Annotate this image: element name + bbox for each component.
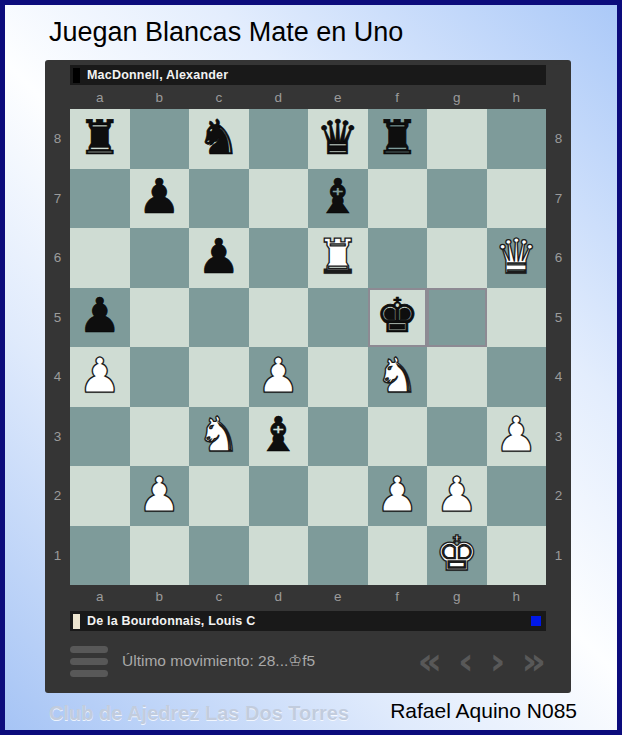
file-label-a: a xyxy=(70,88,130,106)
file-label-g: g xyxy=(427,88,487,106)
rank-label-8: 8 xyxy=(45,109,70,169)
square-f7[interactable] xyxy=(368,169,428,229)
file-labels-bottom: abcdefgh xyxy=(70,587,546,605)
square-b4[interactable] xyxy=(130,347,190,407)
square-d2[interactable] xyxy=(249,466,309,526)
move-navigation: « ‹ › » xyxy=(418,641,546,681)
square-d1[interactable] xyxy=(249,526,309,586)
square-b6[interactable] xyxy=(130,228,190,288)
file-label-b: b xyxy=(130,587,190,605)
square-g3[interactable] xyxy=(427,407,487,467)
square-g1[interactable]: ♚ xyxy=(427,526,487,586)
piece-white-knight[interactable]: ♞ xyxy=(197,410,240,458)
rank-label-5: 5 xyxy=(45,288,70,348)
file-labels-top: abcdefgh xyxy=(70,88,546,106)
square-b7[interactable]: ♟ xyxy=(130,169,190,229)
square-c5[interactable] xyxy=(189,288,249,348)
rank-label-6: 6 xyxy=(45,228,70,288)
piece-black-rook[interactable]: ♜ xyxy=(376,113,419,161)
square-d6[interactable] xyxy=(249,228,309,288)
square-e8[interactable]: ♛ xyxy=(308,109,368,169)
square-h7[interactable] xyxy=(487,169,547,229)
square-g6[interactable] xyxy=(427,228,487,288)
rank-label-1: 1 xyxy=(45,526,70,586)
square-e4[interactable] xyxy=(308,347,368,407)
player-bar-top: MacDonnell, Alexander xyxy=(70,65,546,85)
rank-label-6: 6 xyxy=(546,228,571,288)
square-f1[interactable] xyxy=(368,526,428,586)
author-credit: Rafael Aquino N085 xyxy=(390,699,577,723)
piece-black-rook[interactable]: ♜ xyxy=(78,113,121,161)
square-c6[interactable]: ♟ xyxy=(189,228,249,288)
page-title: Juegan Blancas Mate en Uno xyxy=(49,17,403,48)
square-b1[interactable] xyxy=(130,526,190,586)
square-a5[interactable]: ♟ xyxy=(70,288,130,348)
square-e6[interactable]: ♜ xyxy=(308,228,368,288)
square-b3[interactable] xyxy=(130,407,190,467)
hamburger-icon xyxy=(70,646,108,653)
rank-label-2: 2 xyxy=(45,466,70,526)
piece-white-rook[interactable]: ♜ xyxy=(316,232,359,280)
square-c2[interactable] xyxy=(189,466,249,526)
last-move-text: Último movimiento: 28...♔f5 xyxy=(122,652,315,670)
hamburger-icon xyxy=(70,658,108,665)
square-f2[interactable]: ♟ xyxy=(368,466,428,526)
file-label-h: h xyxy=(487,88,547,106)
square-d4[interactable]: ♟ xyxy=(249,347,309,407)
square-g2[interactable]: ♟ xyxy=(427,466,487,526)
square-a1[interactable] xyxy=(70,526,130,586)
chess-panel: MacDonnell, Alexander abcdefgh 87654321 … xyxy=(45,60,571,693)
square-d8[interactable] xyxy=(249,109,309,169)
file-label-e: e xyxy=(308,88,368,106)
square-e7[interactable]: ♝ xyxy=(308,169,368,229)
square-d5[interactable] xyxy=(249,288,309,348)
club-watermark: Club de Ajedrez Las Dos Torres xyxy=(49,702,349,725)
file-label-h: h xyxy=(487,587,547,605)
square-h4[interactable] xyxy=(487,347,547,407)
square-g8[interactable] xyxy=(427,109,487,169)
rank-label-7: 7 xyxy=(45,169,70,229)
square-e3[interactable] xyxy=(308,407,368,467)
piece-white-king[interactable]: ♚ xyxy=(435,529,478,577)
piece-white-knight[interactable]: ♞ xyxy=(376,351,419,399)
file-label-f: f xyxy=(368,88,428,106)
square-h3[interactable]: ♟ xyxy=(487,407,547,467)
nav-prev-button[interactable]: ‹ xyxy=(458,641,474,681)
white-color-indicator xyxy=(73,614,80,629)
square-e1[interactable] xyxy=(308,526,368,586)
square-g5[interactable] xyxy=(427,288,487,348)
rank-label-3: 3 xyxy=(45,407,70,467)
square-f6[interactable] xyxy=(368,228,428,288)
piece-white-pawn[interactable]: ♟ xyxy=(138,470,181,518)
square-h5[interactable] xyxy=(487,288,547,348)
rank-label-5: 5 xyxy=(546,288,571,348)
square-a6[interactable] xyxy=(70,228,130,288)
square-e5[interactable] xyxy=(308,288,368,348)
file-label-e: e xyxy=(308,587,368,605)
file-label-a: a xyxy=(70,587,130,605)
piece-black-bishop[interactable]: ♝ xyxy=(257,410,300,458)
square-h1[interactable] xyxy=(487,526,547,586)
piece-black-queen[interactable]: ♛ xyxy=(316,113,359,161)
square-b5[interactable] xyxy=(130,288,190,348)
piece-white-pawn[interactable]: ♟ xyxy=(376,470,419,518)
rank-labels-right: 87654321 xyxy=(546,109,571,585)
square-g4[interactable] xyxy=(427,347,487,407)
square-c1[interactable] xyxy=(189,526,249,586)
piece-black-pawn[interactable]: ♟ xyxy=(138,172,181,220)
chess-board[interactable]: ♜♞♛♜♟♝♟♜♛♟♚♟♟♞♞♝♟♟♟♟♚ xyxy=(70,109,546,585)
square-a3[interactable] xyxy=(70,407,130,467)
piece-white-queen[interactable]: ♛ xyxy=(495,232,538,280)
square-h6[interactable]: ♛ xyxy=(487,228,547,288)
square-d7[interactable] xyxy=(249,169,309,229)
piece-white-pawn[interactable]: ♟ xyxy=(435,470,478,518)
square-f4[interactable]: ♞ xyxy=(368,347,428,407)
nav-first-button[interactable]: « xyxy=(418,641,443,681)
hamburger-icon xyxy=(70,670,108,677)
square-g7[interactable] xyxy=(427,169,487,229)
square-c7[interactable] xyxy=(189,169,249,229)
controls-row: Último movimiento: 28...♔f5 « ‹ › » xyxy=(70,636,546,686)
puzzle-page: Juegan Blancas Mate en Uno MacDonnell, A… xyxy=(0,0,622,735)
file-label-c: c xyxy=(189,88,249,106)
piece-white-pawn[interactable]: ♟ xyxy=(78,351,121,399)
black-color-indicator xyxy=(73,68,80,83)
rank-label-7: 7 xyxy=(546,169,571,229)
rank-label-8: 8 xyxy=(546,109,571,169)
square-b2[interactable]: ♟ xyxy=(130,466,190,526)
square-d3[interactable]: ♝ xyxy=(249,407,309,467)
file-label-f: f xyxy=(368,587,428,605)
file-label-b: b xyxy=(130,88,190,106)
piece-black-king[interactable]: ♚ xyxy=(376,291,419,339)
piece-black-pawn[interactable]: ♟ xyxy=(197,232,240,280)
rank-label-3: 3 xyxy=(546,407,571,467)
to-move-indicator xyxy=(531,616,541,626)
square-b8[interactable] xyxy=(130,109,190,169)
rank-label-1: 1 xyxy=(546,526,571,586)
rank-label-2: 2 xyxy=(546,466,571,526)
file-label-g: g xyxy=(427,587,487,605)
piece-white-pawn[interactable]: ♟ xyxy=(495,410,538,458)
nav-next-button[interactable]: › xyxy=(490,641,506,681)
square-c3[interactable]: ♞ xyxy=(189,407,249,467)
rank-labels-left: 87654321 xyxy=(45,109,70,585)
file-label-d: d xyxy=(249,88,309,106)
piece-black-pawn[interactable]: ♟ xyxy=(78,291,121,339)
square-e2[interactable] xyxy=(308,466,368,526)
square-h8[interactable] xyxy=(487,109,547,169)
square-h2[interactable] xyxy=(487,466,547,526)
nav-last-button[interactable]: » xyxy=(521,641,546,681)
piece-black-bishop[interactable]: ♝ xyxy=(316,172,359,220)
square-a8[interactable]: ♜ xyxy=(70,109,130,169)
menu-button[interactable] xyxy=(70,646,108,677)
piece-white-pawn[interactable]: ♟ xyxy=(257,351,300,399)
square-f8[interactable]: ♜ xyxy=(368,109,428,169)
square-f3[interactable] xyxy=(368,407,428,467)
rank-label-4: 4 xyxy=(546,347,571,407)
square-f5[interactable]: ♚ xyxy=(368,288,428,348)
square-c8[interactable]: ♞ xyxy=(189,109,249,169)
square-a2[interactable] xyxy=(70,466,130,526)
player-name-top: MacDonnell, Alexander xyxy=(87,68,228,82)
file-label-d: d xyxy=(249,587,309,605)
piece-black-knight[interactable]: ♞ xyxy=(197,113,240,161)
player-name-bottom: De la Bourdonnais, Louis C xyxy=(87,614,255,628)
rank-label-4: 4 xyxy=(45,347,70,407)
square-a7[interactable] xyxy=(70,169,130,229)
square-a4[interactable]: ♟ xyxy=(70,347,130,407)
square-c4[interactable] xyxy=(189,347,249,407)
file-label-c: c xyxy=(189,587,249,605)
player-bar-bottom: De la Bourdonnais, Louis C xyxy=(70,611,546,631)
